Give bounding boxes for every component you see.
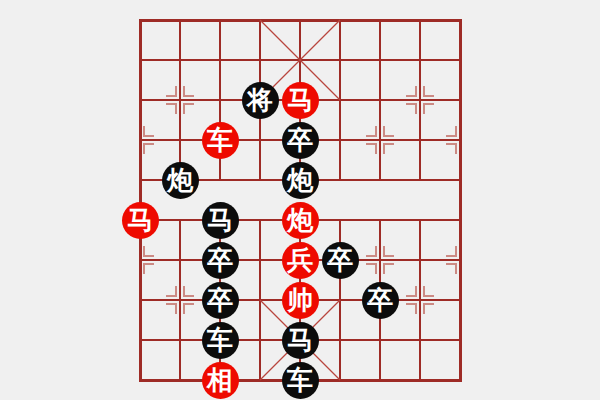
piece-black-cannon[interactable]: 炮 bbox=[282, 162, 319, 199]
piece-black-soldier[interactable]: 卒 bbox=[202, 242, 239, 279]
piece-black-cannon[interactable]: 炮 bbox=[162, 162, 199, 199]
piece-red-chariot[interactable]: 车 bbox=[202, 122, 239, 159]
piece-red-elephant[interactable]: 相 bbox=[202, 362, 239, 399]
pieces-layer: 将马车卒炮炮马马炮卒兵卒卒帅卒车马相车 bbox=[0, 0, 600, 400]
piece-red-general[interactable]: 帅 bbox=[282, 282, 319, 319]
piece-black-soldier[interactable]: 卒 bbox=[362, 282, 399, 319]
piece-black-general[interactable]: 将 bbox=[242, 82, 279, 119]
piece-black-soldier[interactable]: 卒 bbox=[202, 282, 239, 319]
piece-black-chariot[interactable]: 车 bbox=[282, 362, 319, 399]
piece-red-soldier[interactable]: 兵 bbox=[282, 242, 319, 279]
piece-red-cannon[interactable]: 炮 bbox=[282, 202, 319, 239]
piece-red-horse[interactable]: 马 bbox=[282, 82, 319, 119]
piece-black-soldier[interactable]: 卒 bbox=[322, 242, 359, 279]
piece-black-chariot[interactable]: 车 bbox=[202, 322, 239, 359]
piece-black-soldier[interactable]: 卒 bbox=[282, 122, 319, 159]
piece-black-horse[interactable]: 马 bbox=[282, 322, 319, 359]
piece-red-horse[interactable]: 马 bbox=[122, 202, 159, 239]
xiangqi-board-screenshot: 将马车卒炮炮马马炮卒兵卒卒帅卒车马相车 bbox=[0, 0, 600, 400]
piece-black-horse[interactable]: 马 bbox=[202, 202, 239, 239]
